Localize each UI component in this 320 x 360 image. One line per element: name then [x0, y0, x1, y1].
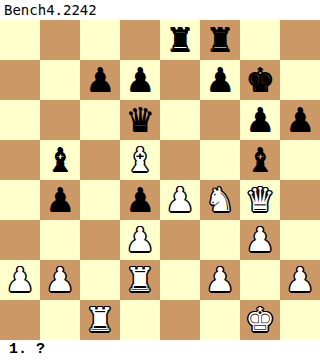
square-f7[interactable]: ♟ [200, 60, 240, 100]
square-a2[interactable]: ♟ [0, 260, 40, 300]
piece-white-queen-g4: ♛ [240, 180, 280, 220]
piece-white-pawn-e4: ♟ [160, 180, 200, 220]
square-g2[interactable] [240, 260, 280, 300]
piece-black-pawn-b4: ♟ [40, 180, 80, 220]
square-h5[interactable] [280, 140, 320, 180]
chess-diagram-window: Bench4.2242 ♜♜♟♟♟♚♛♟♟♝♝♝♟♟♟♞♛♟♟♟♟♜♟♟♜♚ 1… [0, 0, 320, 360]
square-a1[interactable] [0, 300, 40, 340]
square-h1[interactable] [280, 300, 320, 340]
piece-black-pawn-h6: ♟ [280, 100, 320, 140]
square-a8[interactable] [0, 20, 40, 60]
piece-white-rook-c1: ♜ [80, 300, 120, 340]
square-a5[interactable] [0, 140, 40, 180]
square-d1[interactable] [120, 300, 160, 340]
square-f4[interactable]: ♞ [200, 180, 240, 220]
piece-white-pawn-a2: ♟ [0, 260, 40, 300]
caption-bar: 1. ? [0, 340, 320, 360]
square-f3[interactable] [200, 220, 240, 260]
square-b3[interactable] [40, 220, 80, 260]
square-d8[interactable] [120, 20, 160, 60]
square-d2[interactable]: ♜ [120, 260, 160, 300]
square-f2[interactable]: ♟ [200, 260, 240, 300]
square-h8[interactable] [280, 20, 320, 60]
square-e2[interactable] [160, 260, 200, 300]
square-c6[interactable] [80, 100, 120, 140]
square-a7[interactable] [0, 60, 40, 100]
square-a3[interactable] [0, 220, 40, 260]
square-h6[interactable]: ♟ [280, 100, 320, 140]
square-e3[interactable] [160, 220, 200, 260]
square-c3[interactable] [80, 220, 120, 260]
piece-black-rook-e8: ♜ [160, 20, 200, 60]
square-c1[interactable]: ♜ [80, 300, 120, 340]
piece-white-king-g1: ♚ [240, 300, 280, 340]
square-b4[interactable]: ♟ [40, 180, 80, 220]
chess-board[interactable]: ♜♜♟♟♟♚♛♟♟♝♝♝♟♟♟♞♛♟♟♟♟♜♟♟♜♚ [0, 20, 320, 340]
square-a4[interactable] [0, 180, 40, 220]
square-b2[interactable]: ♟ [40, 260, 80, 300]
square-h4[interactable] [280, 180, 320, 220]
square-g6[interactable]: ♟ [240, 100, 280, 140]
square-g5[interactable]: ♝ [240, 140, 280, 180]
square-d6[interactable]: ♛ [120, 100, 160, 140]
piece-black-bishop-b5: ♝ [40, 140, 80, 180]
piece-white-bishop-d5: ♝ [120, 140, 160, 180]
piece-white-pawn-h2: ♟ [280, 260, 320, 300]
square-f5[interactable] [200, 140, 240, 180]
square-h3[interactable] [280, 220, 320, 260]
square-d4[interactable]: ♟ [120, 180, 160, 220]
square-d3[interactable]: ♟ [120, 220, 160, 260]
square-g4[interactable]: ♛ [240, 180, 280, 220]
square-b5[interactable]: ♝ [40, 140, 80, 180]
square-f8[interactable]: ♜ [200, 20, 240, 60]
square-h2[interactable]: ♟ [280, 260, 320, 300]
square-e5[interactable] [160, 140, 200, 180]
piece-black-pawn-d7: ♟ [120, 60, 160, 100]
square-g7[interactable]: ♚ [240, 60, 280, 100]
piece-black-pawn-g6: ♟ [240, 100, 280, 140]
square-a6[interactable] [0, 100, 40, 140]
square-b7[interactable] [40, 60, 80, 100]
piece-white-rook-d2: ♜ [120, 260, 160, 300]
piece-black-pawn-d4: ♟ [120, 180, 160, 220]
piece-black-pawn-c7: ♟ [80, 60, 120, 100]
square-d5[interactable]: ♝ [120, 140, 160, 180]
square-c5[interactable] [80, 140, 120, 180]
square-c7[interactable]: ♟ [80, 60, 120, 100]
square-c2[interactable] [80, 260, 120, 300]
title-bar: Bench4.2242 [0, 0, 320, 20]
piece-white-pawn-b2: ♟ [40, 260, 80, 300]
square-f1[interactable] [200, 300, 240, 340]
square-b8[interactable] [40, 20, 80, 60]
square-c8[interactable] [80, 20, 120, 60]
square-e8[interactable]: ♜ [160, 20, 200, 60]
piece-white-pawn-d3: ♟ [120, 220, 160, 260]
square-g3[interactable]: ♟ [240, 220, 280, 260]
piece-white-knight-f4: ♞ [200, 180, 240, 220]
square-f6[interactable] [200, 100, 240, 140]
square-b6[interactable] [40, 100, 80, 140]
square-d7[interactable]: ♟ [120, 60, 160, 100]
square-g1[interactable]: ♚ [240, 300, 280, 340]
move-prompt: 1. ? [9, 340, 45, 360]
piece-black-king-g7: ♚ [240, 60, 280, 100]
square-e6[interactable] [160, 100, 200, 140]
piece-black-pawn-f7: ♟ [200, 60, 240, 100]
square-e1[interactable] [160, 300, 200, 340]
piece-white-pawn-f2: ♟ [200, 260, 240, 300]
diagram-title: Bench4.2242 [4, 0, 97, 20]
piece-black-queen-d6: ♛ [120, 100, 160, 140]
piece-white-pawn-g3: ♟ [240, 220, 280, 260]
square-h7[interactable] [280, 60, 320, 100]
square-e4[interactable]: ♟ [160, 180, 200, 220]
square-g8[interactable] [240, 20, 280, 60]
square-e7[interactable] [160, 60, 200, 100]
square-c4[interactable] [80, 180, 120, 220]
square-b1[interactable] [40, 300, 80, 340]
piece-black-rook-f8: ♜ [200, 20, 240, 60]
piece-black-bishop-g5: ♝ [240, 140, 280, 180]
